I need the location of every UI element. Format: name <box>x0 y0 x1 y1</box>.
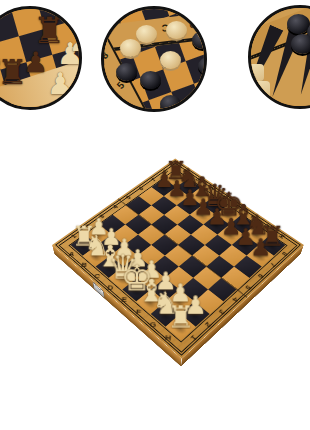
chess-board: ABCDEFGH8♜♞♝♛♚♝♞♜87♟♟♟♟♟♟♟♟7665544332♟♟♟… <box>52 159 304 359</box>
backgammon-checker-light <box>248 98 265 109</box>
file-label: D <box>189 19 197 30</box>
piece-white-rook[interactable]: ♜ <box>158 302 203 332</box>
checker-dark <box>192 31 207 49</box>
checker-light <box>160 51 181 69</box>
checker-light <box>166 21 187 39</box>
rank-label: 5 <box>115 80 127 91</box>
checker-light <box>136 25 157 43</box>
inset-checkers-closeup: C D 8 5 <box>101 6 207 112</box>
checker-dark <box>186 93 207 111</box>
point-dot <box>269 106 275 109</box>
checker-dark <box>140 71 161 89</box>
backgammon-checker-light <box>251 81 270 98</box>
board-scene: ABCDEFGH8♜♞♝♛♚♝♞♜87♟♟♟♟♟♟♟♟7665544332♟♟♟… <box>0 112 310 430</box>
rank-label: 8 <box>101 50 110 61</box>
closeup-backgammon-board <box>251 8 310 106</box>
closeup-white-pawn: ♟ <box>69 29 82 55</box>
closeup-black-pawn: ♟ <box>23 49 48 77</box>
inset-backgammon-closeup <box>248 5 310 109</box>
checker-dark <box>160 95 181 112</box>
board-surface: ABCDEFGH8♜♞♝♛♚♝♞♜87♟♟♟♟♟♟♟♟7665544332♟♟♟… <box>52 159 304 359</box>
closeup-white-pawn: ♟ <box>47 69 74 99</box>
backgammon-checker-dark <box>291 34 310 54</box>
checker-dark <box>116 63 137 81</box>
inset-chess-closeup: ♟ ♜ ♜ ♟ ♟ ♟ ♟ <box>0 6 82 110</box>
backgammon-checker-light <box>248 64 264 81</box>
checker-light <box>120 39 141 57</box>
product-photo: ♟ ♜ ♜ ♟ ♟ ♟ ♟ C D 8 5 <box>0 0 310 430</box>
